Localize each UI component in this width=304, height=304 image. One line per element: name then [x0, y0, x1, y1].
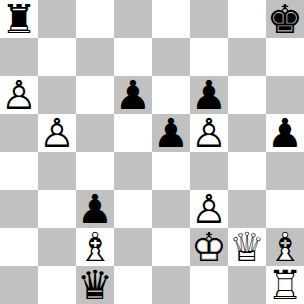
square-c6[interactable]	[76, 76, 114, 114]
square-d5[interactable]	[114, 114, 152, 152]
pawn-glyph: ♟	[266, 114, 304, 152]
square-h4[interactable]	[266, 152, 304, 190]
piece-white-pawn: ♟♙	[190, 114, 228, 152]
square-b6[interactable]	[38, 76, 76, 114]
square-a8[interactable]: ♜	[0, 0, 38, 38]
square-a4[interactable]	[0, 152, 38, 190]
square-e3[interactable]	[152, 190, 190, 228]
pawn-glyph-outline: ♙	[190, 114, 228, 152]
square-f2[interactable]: ♚♔	[190, 228, 228, 266]
rook-glyph-outline: ♖	[266, 266, 304, 304]
square-h8[interactable]: ♚	[266, 0, 304, 38]
square-h7[interactable]	[266, 38, 304, 76]
square-a3[interactable]	[0, 190, 38, 228]
square-g4[interactable]	[228, 152, 266, 190]
square-e6[interactable]	[152, 76, 190, 114]
square-d6[interactable]: ♟	[114, 76, 152, 114]
square-c7[interactable]	[76, 38, 114, 76]
square-b5[interactable]: ♟♙	[38, 114, 76, 152]
square-e2[interactable]	[152, 228, 190, 266]
square-d8[interactable]	[114, 0, 152, 38]
square-g3[interactable]	[228, 190, 266, 228]
square-a6[interactable]: ♟♙	[0, 76, 38, 114]
square-h5[interactable]: ♟	[266, 114, 304, 152]
square-c1[interactable]: ♛	[76, 266, 114, 304]
square-d3[interactable]	[114, 190, 152, 228]
king-glyph-outline: ♔	[190, 228, 228, 266]
square-e7[interactable]	[152, 38, 190, 76]
square-d7[interactable]	[114, 38, 152, 76]
piece-black-pawn: ♟	[76, 190, 114, 228]
square-b3[interactable]	[38, 190, 76, 228]
square-f1[interactable]	[190, 266, 228, 304]
square-c2[interactable]: ♝♗	[76, 228, 114, 266]
square-g1[interactable]	[228, 266, 266, 304]
pawn-glyph: ♟	[152, 114, 190, 152]
piece-white-bishop: ♝♗	[76, 228, 114, 266]
piece-black-pawn: ♟	[190, 76, 228, 114]
square-d1[interactable]	[114, 266, 152, 304]
piece-white-rook: ♜♖	[266, 266, 304, 304]
piece-black-queen: ♛	[76, 266, 114, 304]
rook-glyph: ♜	[0, 0, 38, 38]
square-h6[interactable]	[266, 76, 304, 114]
bishop-glyph-outline: ♗	[266, 228, 304, 266]
square-f3[interactable]: ♟♙	[190, 190, 228, 228]
piece-white-pawn: ♟♙	[190, 190, 228, 228]
square-g2[interactable]: ♛♕	[228, 228, 266, 266]
piece-black-pawn: ♟	[152, 114, 190, 152]
square-f7[interactable]	[190, 38, 228, 76]
piece-black-rook: ♜	[0, 0, 38, 38]
square-h3[interactable]	[266, 190, 304, 228]
piece-black-pawn: ♟	[266, 114, 304, 152]
chess-board: ♜♚♟♙♟♟♟♙♟♟♙♟♟♟♙♝♗♚♔♛♕♝♗♛♜♖	[0, 0, 304, 304]
square-g7[interactable]	[228, 38, 266, 76]
piece-white-pawn: ♟♙	[0, 76, 38, 114]
queen-glyph: ♛	[76, 266, 114, 304]
square-b1[interactable]	[38, 266, 76, 304]
square-g5[interactable]	[228, 114, 266, 152]
square-e4[interactable]	[152, 152, 190, 190]
square-e5[interactable]: ♟	[152, 114, 190, 152]
piece-white-pawn: ♟♙	[38, 114, 76, 152]
piece-white-bishop: ♝♗	[266, 228, 304, 266]
king-glyph: ♚	[266, 0, 304, 38]
square-c5[interactable]	[76, 114, 114, 152]
piece-black-pawn: ♟	[114, 76, 152, 114]
pawn-glyph-outline: ♙	[38, 114, 76, 152]
piece-white-king: ♚♔	[190, 228, 228, 266]
square-f8[interactable]	[190, 0, 228, 38]
square-a7[interactable]	[0, 38, 38, 76]
square-b7[interactable]	[38, 38, 76, 76]
square-f6[interactable]: ♟	[190, 76, 228, 114]
square-h1[interactable]: ♜♖	[266, 266, 304, 304]
square-g8[interactable]	[228, 0, 266, 38]
square-b4[interactable]	[38, 152, 76, 190]
square-c3[interactable]: ♟	[76, 190, 114, 228]
square-c8[interactable]	[76, 0, 114, 38]
square-c4[interactable]	[76, 152, 114, 190]
bishop-glyph-outline: ♗	[76, 228, 114, 266]
square-e8[interactable]	[152, 0, 190, 38]
chess-board-window: ♜♚♟♙♟♟♟♙♟♟♙♟♟♟♙♝♗♚♔♛♕♝♗♛♜♖	[0, 0, 304, 304]
square-a2[interactable]	[0, 228, 38, 266]
square-d4[interactable]	[114, 152, 152, 190]
square-d2[interactable]	[114, 228, 152, 266]
pawn-glyph: ♟	[76, 190, 114, 228]
square-e1[interactable]	[152, 266, 190, 304]
pawn-glyph: ♟	[114, 76, 152, 114]
square-f5[interactable]: ♟♙	[190, 114, 228, 152]
square-h2[interactable]: ♝♗	[266, 228, 304, 266]
piece-white-queen: ♛♕	[228, 228, 266, 266]
queen-glyph-outline: ♕	[228, 228, 266, 266]
pawn-glyph-outline: ♙	[0, 76, 38, 114]
pawn-glyph-outline: ♙	[190, 190, 228, 228]
piece-black-king: ♚	[266, 0, 304, 38]
square-f4[interactable]	[190, 152, 228, 190]
square-a1[interactable]	[0, 266, 38, 304]
square-g6[interactable]	[228, 76, 266, 114]
square-b2[interactable]	[38, 228, 76, 266]
pawn-glyph: ♟	[190, 76, 228, 114]
square-b8[interactable]	[38, 0, 76, 38]
square-a5[interactable]	[0, 114, 38, 152]
